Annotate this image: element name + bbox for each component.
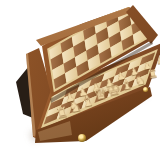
white-knight: ♞ (67, 99, 82, 116)
brass-clasp-icon (78, 134, 86, 142)
white-bishop: ♝ (119, 77, 134, 93)
white-knight: ♞ (133, 73, 146, 87)
brass-hinge-icon (143, 87, 148, 92)
product-photo-scene: Folding wooden magnetic chess set shown … (0, 0, 160, 160)
white-rook: ♜ (55, 105, 70, 121)
white-bishop: ♝ (80, 93, 96, 110)
white-rook: ♜ (147, 69, 159, 82)
white-pawn: ♟ (155, 56, 160, 67)
